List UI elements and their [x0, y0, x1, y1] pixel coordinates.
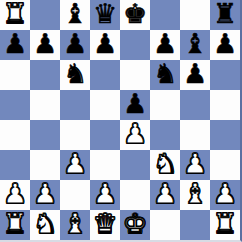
square-e6[interactable] [120, 60, 150, 90]
black-pawn-c7[interactable]: ♟ [63, 30, 87, 59]
square-d8[interactable]: ♛ [90, 0, 120, 30]
square-f2[interactable]: ♟ [150, 180, 180, 210]
square-a7[interactable]: ♟ [0, 30, 30, 60]
square-b4[interactable] [30, 120, 60, 150]
white-pawn-d2[interactable]: ♟ [93, 180, 117, 209]
square-c5[interactable] [60, 90, 90, 120]
square-a8[interactable]: ♜ [0, 0, 30, 30]
square-c2[interactable] [60, 180, 90, 210]
square-e8[interactable]: ♚ [120, 0, 150, 30]
square-b6[interactable] [30, 60, 60, 90]
white-knight-f3[interactable]: ♞ [153, 150, 177, 179]
square-f8[interactable] [150, 0, 180, 30]
white-pawn-c3[interactable]: ♟ [63, 150, 87, 179]
square-h1[interactable]: ♜ [210, 210, 240, 240]
square-d5[interactable] [90, 90, 120, 120]
square-h2[interactable]: ♟ [210, 180, 240, 210]
square-h4[interactable] [210, 120, 240, 150]
black-pawn-b7[interactable]: ♟ [33, 30, 57, 59]
square-d7[interactable]: ♟ [90, 30, 120, 60]
white-king-e1[interactable]: ♚ [123, 210, 147, 239]
square-c1[interactable]: ♝ [60, 210, 90, 240]
square-g8[interactable] [180, 0, 210, 30]
black-bishop-g7[interactable]: ♝ [183, 30, 207, 59]
black-knight-f6[interactable]: ♞ [153, 60, 177, 89]
chess-board: ♜♝♛♚♜♟♟♟♟♟♝♟♞♞♟♟♟♟♞♟♟♟♟♟♝♟♜♞♝♛♚♜ [0, 0, 242, 242]
white-pawn-f2[interactable]: ♟ [153, 180, 177, 209]
black-pawn-h7[interactable]: ♟ [213, 30, 237, 59]
square-a5[interactable] [0, 90, 30, 120]
black-pawn-e5[interactable]: ♟ [123, 90, 147, 119]
square-h5[interactable] [210, 90, 240, 120]
square-b8[interactable] [30, 0, 60, 30]
square-a3[interactable] [0, 150, 30, 180]
square-g2[interactable]: ♝ [180, 180, 210, 210]
square-b5[interactable] [30, 90, 60, 120]
white-pawn-e4[interactable]: ♟ [123, 120, 147, 149]
white-rook-a1[interactable]: ♜ [3, 210, 27, 239]
square-g4[interactable] [180, 120, 210, 150]
square-c7[interactable]: ♟ [60, 30, 90, 60]
square-g7[interactable]: ♝ [180, 30, 210, 60]
square-h6[interactable] [210, 60, 240, 90]
square-a6[interactable] [0, 60, 30, 90]
white-rook-a8[interactable]: ♜ [3, 0, 27, 29]
square-d4[interactable] [90, 120, 120, 150]
square-h3[interactable] [210, 150, 240, 180]
square-d6[interactable] [90, 60, 120, 90]
square-g1[interactable] [180, 210, 210, 240]
square-b2[interactable]: ♟ [30, 180, 60, 210]
square-a4[interactable] [0, 120, 30, 150]
black-pawn-a7[interactable]: ♟ [3, 30, 27, 59]
square-b3[interactable] [30, 150, 60, 180]
white-bishop-g2[interactable]: ♝ [183, 180, 207, 209]
chess-board-container: ♜♝♛♚♜♟♟♟♟♟♝♟♞♞♟♟♟♟♞♟♟♟♟♟♝♟♜♞♝♛♚♜ [0, 0, 242, 242]
black-queen-d8[interactable]: ♛ [93, 0, 117, 29]
square-b7[interactable]: ♟ [30, 30, 60, 60]
square-f1[interactable] [150, 210, 180, 240]
square-e7[interactable] [120, 30, 150, 60]
square-e4[interactable]: ♟ [120, 120, 150, 150]
white-bishop-c1[interactable]: ♝ [63, 210, 87, 239]
white-rook-h1[interactable]: ♜ [213, 210, 237, 239]
square-a2[interactable]: ♟ [0, 180, 30, 210]
square-g5[interactable] [180, 90, 210, 120]
square-h8[interactable]: ♜ [210, 0, 240, 30]
square-d2[interactable]: ♟ [90, 180, 120, 210]
white-pawn-a2[interactable]: ♟ [3, 180, 27, 209]
white-knight-b1[interactable]: ♞ [33, 210, 57, 239]
square-e2[interactable] [120, 180, 150, 210]
square-c3[interactable]: ♟ [60, 150, 90, 180]
black-bishop-c8[interactable]: ♝ [63, 0, 87, 29]
square-b1[interactable]: ♞ [30, 210, 60, 240]
square-f3[interactable]: ♞ [150, 150, 180, 180]
white-queen-d1[interactable]: ♛ [93, 210, 117, 239]
black-rook-h8[interactable]: ♜ [213, 0, 237, 29]
white-pawn-b2[interactable]: ♟ [33, 180, 57, 209]
square-c6[interactable]: ♞ [60, 60, 90, 90]
square-d1[interactable]: ♛ [90, 210, 120, 240]
black-pawn-g6[interactable]: ♟ [183, 60, 207, 89]
black-pawn-d7[interactable]: ♟ [93, 30, 117, 59]
square-e3[interactable] [120, 150, 150, 180]
white-pawn-h2[interactable]: ♟ [213, 180, 237, 209]
square-a1[interactable]: ♜ [0, 210, 30, 240]
square-c8[interactable]: ♝ [60, 0, 90, 30]
square-c4[interactable] [60, 120, 90, 150]
square-e1[interactable]: ♚ [120, 210, 150, 240]
black-knight-c6[interactable]: ♞ [63, 60, 87, 89]
square-d3[interactable] [90, 150, 120, 180]
square-f5[interactable] [150, 90, 180, 120]
white-pawn-g3[interactable]: ♟ [183, 150, 207, 179]
square-h7[interactable]: ♟ [210, 30, 240, 60]
square-f7[interactable]: ♟ [150, 30, 180, 60]
square-f4[interactable] [150, 120, 180, 150]
black-king-e8[interactable]: ♚ [123, 0, 147, 29]
square-g3[interactable]: ♟ [180, 150, 210, 180]
square-g6[interactable]: ♟ [180, 60, 210, 90]
black-pawn-f7[interactable]: ♟ [153, 30, 177, 59]
square-f6[interactable]: ♞ [150, 60, 180, 90]
square-e5[interactable]: ♟ [120, 90, 150, 120]
